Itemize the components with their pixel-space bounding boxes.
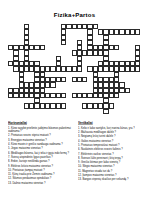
puzzle-title: Fizika+Partos	[0, 12, 149, 18]
crossword-grid	[8, 24, 140, 114]
clue-item: 8. Šviesos lūžis pereinant į kitą terpę …	[78, 156, 146, 159]
clue-item: 7. Elektrinės varžos vienetas ?	[78, 152, 146, 155]
clue-item: 12. Įtampos matavimo vienetas ?	[78, 173, 146, 176]
clue-item: 2. Mažiausia medžiagos dalelė ?	[78, 131, 146, 134]
clue-item: 1. Kelio ir laiko santykis, kurį nueina …	[78, 126, 146, 129]
clue-item: 5. Prietaisas temperatūrai matuoti ?	[78, 143, 146, 146]
clue-item: 10. Slėgio matavimo vienetas ?	[78, 165, 146, 168]
clue-item: 2. Prietaisas srovės stipriui matuoti ?	[8, 134, 76, 137]
clue-item: 1. Kūno savybė priešintis judėjimo būsen…	[8, 126, 76, 133]
down-header: Vertikaliai	[78, 121, 146, 125]
clue-item: 11. Kūnų trauka prie Žemės vadinama ?	[8, 173, 76, 176]
clue-item: 9. Greičio kitimas per laiko vienetą ?	[78, 161, 146, 164]
clue-item: 6. Nuolatinės elektros srovės šaltinis ?	[78, 148, 146, 151]
clue-item: 5. Jėgos matavimo vienetas ?	[8, 147, 76, 150]
clue-item: 13. Bangos virpesių skaičius per sekundę…	[78, 178, 146, 181]
grid-cell-empty	[135, 109, 140, 114]
clue-item: 3. Neigiamą krūvį turinti dalelė ?	[78, 135, 146, 138]
across-clue-list: 1. Kūno savybė priešintis judėjimo būsen…	[8, 126, 76, 184]
clue-item: 9. Elektros krūvio matavimo vienetas ?	[8, 164, 76, 167]
clue-item: 12. Šilumos perdavimas spinduliais ?	[8, 177, 76, 180]
clue-item: 7. Šviesą atspindintis lygus paviršius ?	[8, 155, 76, 158]
worksheet-page: Fizika+Partos Horizontaliai 1. Kūno savy…	[0, 0, 149, 211]
clue-item: 6. Medžiagos būsena, kai ji teka ir įgyj…	[8, 151, 76, 154]
clue-item: 3. Energijos matavimo vienetas ?	[8, 138, 76, 141]
across-header: Horizontaliai	[8, 121, 76, 125]
clue-item: 10. Prietaisas įtampai matuoti ?	[8, 168, 76, 171]
down-clues-column: Vertikaliai 1. Kelio ir laiko santykis, …	[78, 121, 146, 211]
clue-item: 13. Dažnio matavimo vienetas ?	[8, 181, 76, 184]
across-clues-column: Horizontaliai 1. Kūno savybė priešintis …	[8, 121, 76, 211]
down-clue-list: 1. Kelio ir laiko santykis, kurį nueina …	[78, 126, 146, 181]
clue-item: 4. Kūno masės ir greičio sandauga vadina…	[8, 143, 76, 146]
clue-item: 8. Erdvė, kurioje nesklinda garsas ?	[8, 160, 76, 163]
clue-item: 4. Galios matavimo vienetas ?	[78, 139, 146, 142]
clue-item: 11. Magnetas visada turi du ?	[78, 169, 146, 172]
